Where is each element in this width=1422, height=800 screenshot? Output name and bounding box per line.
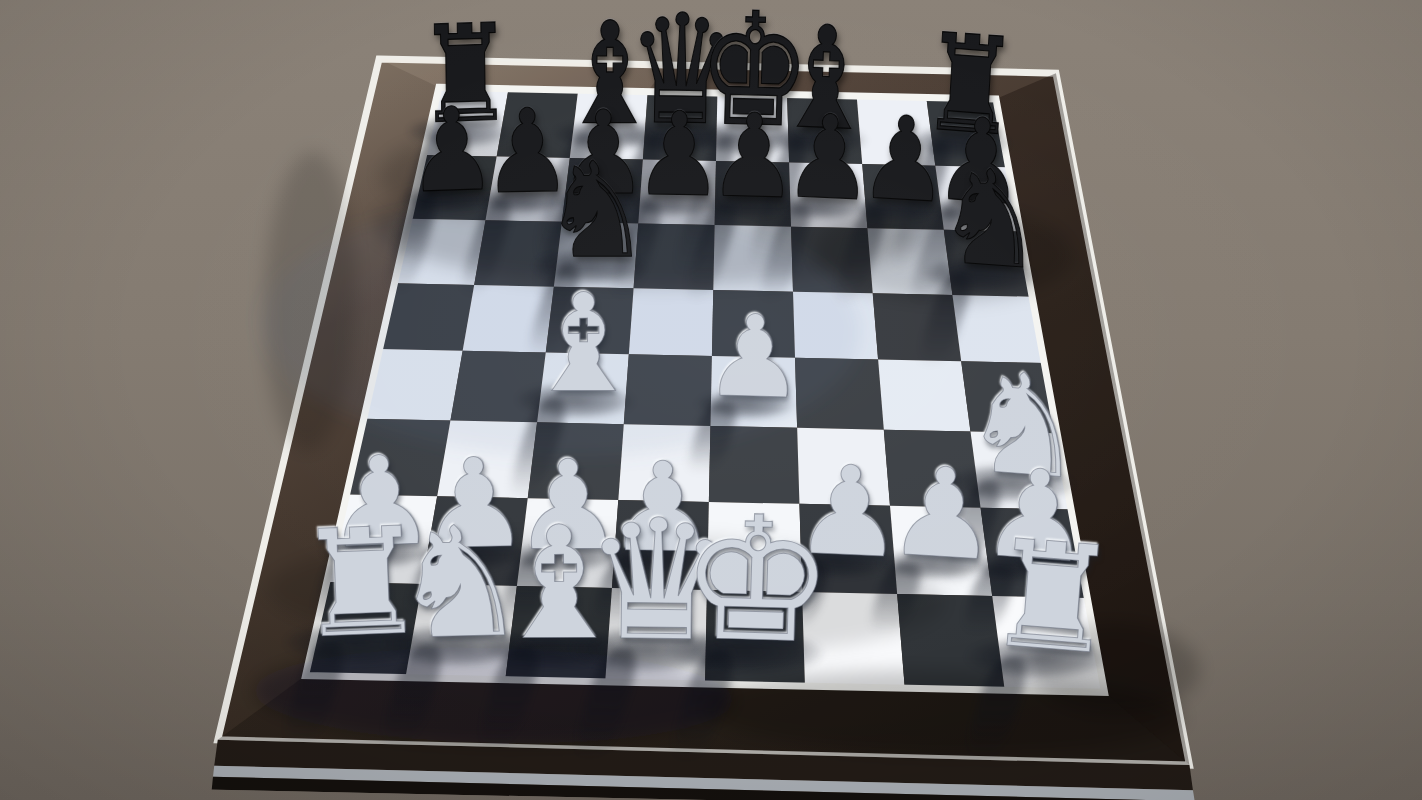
board-scene: ♜♝♛♚♝♜♟♟♟♟♟♟♟♟♞♞♝♟♞♟♟♟♟♟♟♟♜♞♝♛♚♜ (0, 0, 1422, 800)
piece-white-rook-h1[interactable]: ♜ (981, 522, 1116, 672)
piece-white-bishop-c4[interactable]: ♝ (523, 276, 647, 414)
piece-black-knight-h6[interactable]: ♞ (932, 162, 1044, 287)
pieces-layer: ♜♝♛♚♝♜♟♟♟♟♟♟♟♟♞♞♝♟♞♟♟♟♟♟♟♟♜♞♝♛♚♜ (0, 0, 1422, 800)
chess-app-viewport: ♜♝♛♚♝♜♟♟♟♟♟♟♟♟♞♞♝♟♞♟♟♟♟♟♟♟♜♞♝♛♚♜ (0, 0, 1422, 800)
piece-black-knight-c6[interactable]: ♞ (542, 153, 654, 278)
piece-white-king-e1[interactable]: ♚ (677, 493, 835, 668)
piece-white-pawn-e4[interactable]: ♟ (703, 300, 806, 415)
